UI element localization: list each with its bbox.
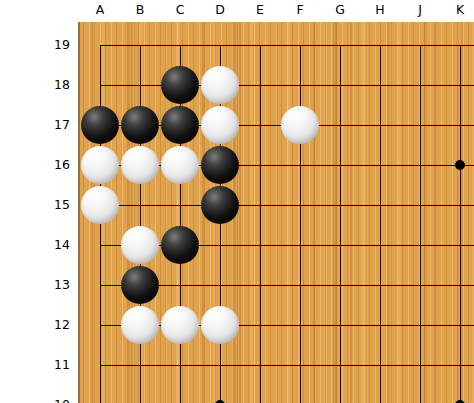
board-point-C15[interactable] xyxy=(160,185,200,225)
board-point-C11[interactable] xyxy=(160,345,200,385)
column-label-G: G xyxy=(330,2,350,18)
board-point-D12[interactable] xyxy=(200,305,240,345)
board-point-G16[interactable] xyxy=(320,145,360,185)
board-point-D13[interactable] xyxy=(200,265,240,305)
board-point-D19[interactable] xyxy=(200,25,240,65)
board-point-J18[interactable] xyxy=(400,65,440,105)
board-point-K10[interactable] xyxy=(440,385,474,403)
board-point-B10[interactable] xyxy=(120,385,160,403)
row-label-13: 13 xyxy=(30,276,70,294)
board-point-J16[interactable] xyxy=(400,145,440,185)
board-point-E15[interactable] xyxy=(240,185,280,225)
board-point-H11[interactable] xyxy=(360,345,400,385)
board-point-H16[interactable] xyxy=(360,145,400,185)
board-point-J12[interactable] xyxy=(400,305,440,345)
black-stone-C14 xyxy=(161,226,199,264)
board-point-A13[interactable] xyxy=(80,265,120,305)
board-point-B16[interactable] xyxy=(120,145,160,185)
board-point-A17[interactable] xyxy=(80,105,120,145)
board-point-C10[interactable] xyxy=(160,385,200,403)
board-point-K11[interactable] xyxy=(440,345,474,385)
column-label-C: C xyxy=(170,2,190,18)
black-stone-D15 xyxy=(201,186,239,224)
white-stone-F17 xyxy=(281,106,319,144)
board-point-F15[interactable] xyxy=(280,185,320,225)
board-point-B14[interactable] xyxy=(120,225,160,265)
board-point-G11[interactable] xyxy=(320,345,360,385)
board-point-B19[interactable] xyxy=(120,25,160,65)
column-label-F: F xyxy=(290,2,310,18)
row-label-11: 11 xyxy=(30,356,70,374)
board-point-D14[interactable] xyxy=(200,225,240,265)
board-point-B18[interactable] xyxy=(120,65,160,105)
white-stone-D12 xyxy=(201,306,239,344)
row-label-14: 14 xyxy=(30,236,70,254)
board-point-C12[interactable] xyxy=(160,305,200,345)
board-point-B12[interactable] xyxy=(120,305,160,345)
board-point-K14[interactable] xyxy=(440,225,474,265)
board-point-A16[interactable] xyxy=(80,145,120,185)
go-board xyxy=(78,22,474,403)
board-point-E10[interactable] xyxy=(240,385,280,403)
board-point-B13[interactable] xyxy=(120,265,160,305)
board-point-A15[interactable] xyxy=(80,185,120,225)
board-point-A14[interactable] xyxy=(80,225,120,265)
board-point-C19[interactable] xyxy=(160,25,200,65)
row-label-15: 15 xyxy=(30,196,70,214)
board-point-F14[interactable] xyxy=(280,225,320,265)
board-point-A11[interactable] xyxy=(80,345,120,385)
board-point-G18[interactable] xyxy=(320,65,360,105)
board-point-G13[interactable] xyxy=(320,265,360,305)
board-point-F12[interactable] xyxy=(280,305,320,345)
board-point-D16[interactable] xyxy=(200,145,240,185)
board-point-G12[interactable] xyxy=(320,305,360,345)
board-point-D10[interactable] xyxy=(200,385,240,403)
board-point-A12[interactable] xyxy=(80,305,120,345)
column-label-J: J xyxy=(410,2,430,18)
row-label-12: 12 xyxy=(30,316,70,334)
board-point-E18[interactable] xyxy=(240,65,280,105)
board-point-C18[interactable] xyxy=(160,65,200,105)
board-point-C17[interactable] xyxy=(160,105,200,145)
white-stone-B16 xyxy=(121,146,159,184)
white-stone-B12 xyxy=(121,306,159,344)
board-point-K13[interactable] xyxy=(440,265,474,305)
board-point-F10[interactable] xyxy=(280,385,320,403)
board-point-J15[interactable] xyxy=(400,185,440,225)
black-stone-C18 xyxy=(161,66,199,104)
white-stone-A16 xyxy=(81,146,119,184)
board-point-K15[interactable] xyxy=(440,185,474,225)
board-point-J19[interactable] xyxy=(400,25,440,65)
board-point-K19[interactable] xyxy=(440,25,474,65)
board-point-J10[interactable] xyxy=(400,385,440,403)
board-point-J13[interactable] xyxy=(400,265,440,305)
board-grid xyxy=(80,25,474,403)
board-point-D17[interactable] xyxy=(200,105,240,145)
row-label-10: 10 xyxy=(30,396,70,403)
board-point-H14[interactable] xyxy=(360,225,400,265)
board-point-H18[interactable] xyxy=(360,65,400,105)
board-point-A10[interactable] xyxy=(80,385,120,403)
white-stone-D17 xyxy=(201,106,239,144)
board-point-F19[interactable] xyxy=(280,25,320,65)
black-stone-B17 xyxy=(121,106,159,144)
board-point-G15[interactable] xyxy=(320,185,360,225)
black-stone-C17 xyxy=(161,106,199,144)
board-point-E17[interactable] xyxy=(240,105,280,145)
black-stone-B13 xyxy=(121,266,159,304)
board-point-A19[interactable] xyxy=(80,25,120,65)
board-point-C16[interactable] xyxy=(160,145,200,185)
column-label-K: K xyxy=(450,2,470,18)
board-point-H10[interactable] xyxy=(360,385,400,403)
board-point-J11[interactable] xyxy=(400,345,440,385)
board-point-A18[interactable] xyxy=(80,65,120,105)
board-point-K12[interactable] xyxy=(440,305,474,345)
column-label-D: D xyxy=(210,2,230,18)
board-point-E13[interactable] xyxy=(240,265,280,305)
board-point-G17[interactable] xyxy=(320,105,360,145)
board-point-B15[interactable] xyxy=(120,185,160,225)
white-stone-C12 xyxy=(161,306,199,344)
board-point-G10[interactable] xyxy=(320,385,360,403)
board-point-H12[interactable] xyxy=(360,305,400,345)
board-point-H15[interactable] xyxy=(360,185,400,225)
board-point-F16[interactable] xyxy=(280,145,320,185)
board-point-F17[interactable] xyxy=(280,105,320,145)
black-stone-D16 xyxy=(201,146,239,184)
board-point-E14[interactable] xyxy=(240,225,280,265)
board-point-E12[interactable] xyxy=(240,305,280,345)
board-point-B11[interactable] xyxy=(120,345,160,385)
column-label-B: B xyxy=(130,2,150,18)
board-point-F18[interactable] xyxy=(280,65,320,105)
board-point-J14[interactable] xyxy=(400,225,440,265)
board-point-G14[interactable] xyxy=(320,225,360,265)
row-label-19: 19 xyxy=(30,36,70,54)
board-point-D11[interactable] xyxy=(200,345,240,385)
column-label-H: H xyxy=(370,2,390,18)
white-stone-C16 xyxy=(161,146,199,184)
board-point-K17[interactable] xyxy=(440,105,474,145)
board-point-H19[interactable] xyxy=(360,25,400,65)
board-point-E11[interactable] xyxy=(240,345,280,385)
board-point-K18[interactable] xyxy=(440,65,474,105)
board-point-B17[interactable] xyxy=(120,105,160,145)
row-label-16: 16 xyxy=(30,156,70,174)
board-point-F13[interactable] xyxy=(280,265,320,305)
board-point-C13[interactable] xyxy=(160,265,200,305)
white-stone-D18 xyxy=(201,66,239,104)
column-label-E: E xyxy=(250,2,270,18)
board-point-C14[interactable] xyxy=(160,225,200,265)
board-point-H13[interactable] xyxy=(360,265,400,305)
board-point-G19[interactable] xyxy=(320,25,360,65)
board-point-D18[interactable] xyxy=(200,65,240,105)
column-label-A: A xyxy=(90,2,110,18)
board-point-J17[interactable] xyxy=(400,105,440,145)
board-point-F11[interactable] xyxy=(280,345,320,385)
board-point-D15[interactable] xyxy=(200,185,240,225)
go-app: ABCDEFGHJK 19181716151413121110 xyxy=(0,0,474,403)
board-point-E19[interactable] xyxy=(240,25,280,65)
board-point-E16[interactable] xyxy=(240,145,280,185)
row-label-17: 17 xyxy=(30,116,70,134)
black-stone-A17 xyxy=(81,106,119,144)
star-point-K16 xyxy=(455,160,465,170)
white-stone-B14 xyxy=(121,226,159,264)
white-stone-A15 xyxy=(81,186,119,224)
row-label-18: 18 xyxy=(30,76,70,94)
board-point-K16[interactable] xyxy=(440,145,474,185)
board-point-H17[interactable] xyxy=(360,105,400,145)
